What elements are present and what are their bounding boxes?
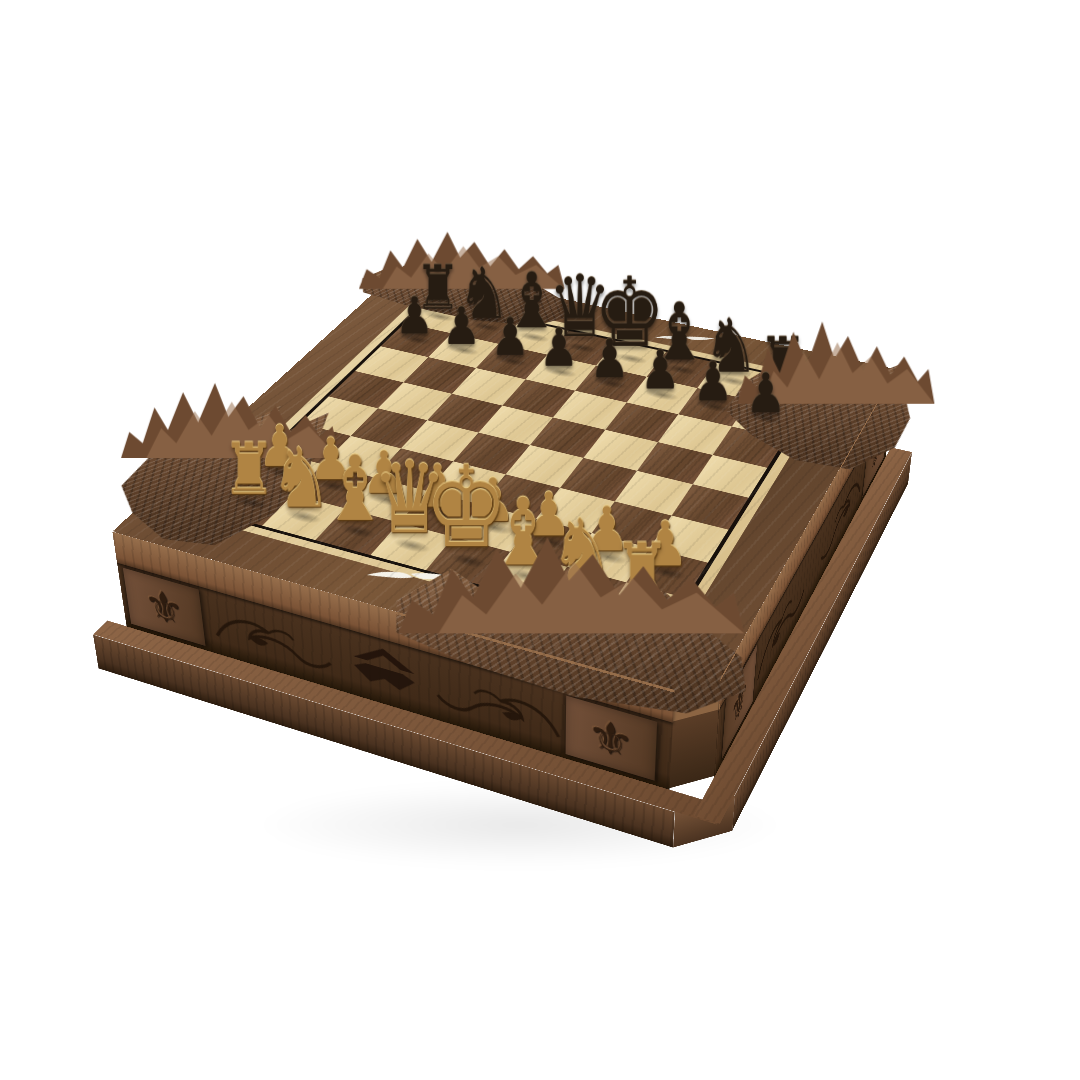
mountain-ridge-icon xyxy=(398,525,744,633)
fleur-de-lis-icon: ⚜ xyxy=(141,580,187,634)
product-photo-scene: ♜♞♝♛♚♝♞♜♟♟♟♟♟♟♟♟♟♟♟♟♟♟♟♟♜♞♝♛♚♝♞♜ ⚜ xyxy=(0,0,1080,1080)
fleur-de-lis-icon: ⚜ xyxy=(586,709,635,767)
chess-set: ♜♞♝♛♚♝♞♜♟♟♟♟♟♟♟♟♟♟♟♟♟♟♟♟♜♞♝♛♚♝♞♜ ⚜ xyxy=(112,265,896,699)
square-g5[interactable] xyxy=(637,442,712,484)
